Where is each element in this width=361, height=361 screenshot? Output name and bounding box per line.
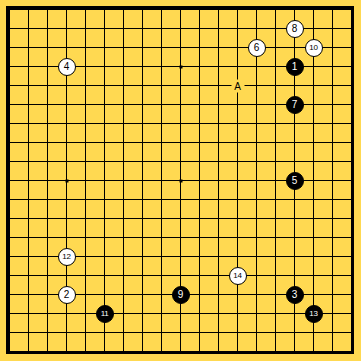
point-label-A[interactable]: A <box>231 79 244 92</box>
stone-10-white[interactable]: 10 <box>305 39 323 57</box>
stone-7-black[interactable]: 7 <box>286 96 304 114</box>
stone-6-white[interactable]: 6 <box>248 39 266 57</box>
stone-14-white[interactable]: 14 <box>229 267 247 285</box>
stone-2-white[interactable]: 2 <box>58 286 76 304</box>
stone-12-white[interactable]: 12 <box>58 248 76 266</box>
stone-3-black[interactable]: 3 <box>286 286 304 304</box>
stone-13-black[interactable]: 13 <box>305 305 323 323</box>
star-point <box>179 65 182 68</box>
star-point <box>65 179 68 182</box>
stone-4-white[interactable]: 4 <box>58 58 76 76</box>
stone-11-black[interactable]: 11 <box>96 305 114 323</box>
stone-1-black[interactable]: 1 <box>286 58 304 76</box>
stone-5-black[interactable]: 5 <box>286 172 304 190</box>
stone-8-white[interactable]: 8 <box>286 20 304 38</box>
stone-9-black[interactable]: 9 <box>172 286 190 304</box>
star-point <box>179 179 182 182</box>
go-board-diagram: 1234567891011121314 A <box>0 0 361 361</box>
